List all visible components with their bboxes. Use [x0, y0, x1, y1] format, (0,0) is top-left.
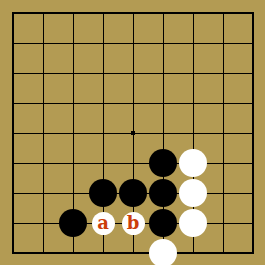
intersection-F8[interactable]: [148, 28, 178, 58]
black-stone[interactable]: [149, 209, 177, 237]
black-stone[interactable]: [119, 179, 147, 207]
intersection-H8[interactable]: [208, 28, 238, 58]
intersection-D4[interactable]: [88, 148, 118, 178]
intersection-E9[interactable]: [118, 0, 148, 28]
intersection-C9[interactable]: [58, 0, 88, 28]
intersection-F3[interactable]: [148, 178, 178, 208]
intersection-E8[interactable]: [118, 28, 148, 58]
intersection-H6[interactable]: [208, 88, 238, 118]
intersection-J8[interactable]: [238, 28, 265, 58]
intersection-A3[interactable]: [0, 178, 28, 208]
intersection-G9[interactable]: [178, 0, 208, 28]
intersection-J9[interactable]: [238, 0, 265, 28]
intersection-B6[interactable]: [28, 88, 58, 118]
intersection-H9[interactable]: [208, 0, 238, 28]
intersection-H3[interactable]: [208, 178, 238, 208]
intersection-J5[interactable]: [238, 118, 265, 148]
intersection-B7[interactable]: [28, 58, 58, 88]
intersection-A4[interactable]: [0, 148, 28, 178]
black-stone[interactable]: [149, 179, 177, 207]
intersection-F2[interactable]: [148, 208, 178, 238]
intersection-H2[interactable]: [208, 208, 238, 238]
white-stone[interactable]: [179, 179, 207, 207]
white-stone[interactable]: [149, 239, 177, 265]
intersection-H5[interactable]: [208, 118, 238, 148]
intersection-C5[interactable]: [58, 118, 88, 148]
intersection-A2[interactable]: [0, 208, 28, 238]
intersection-D3[interactable]: [88, 178, 118, 208]
intersection-G7[interactable]: [178, 58, 208, 88]
black-stone[interactable]: [89, 179, 117, 207]
intersection-F7[interactable]: [148, 58, 178, 88]
intersection-F1[interactable]: [148, 238, 178, 265]
intersection-B2[interactable]: [28, 208, 58, 238]
intersection-F5[interactable]: [148, 118, 178, 148]
intersection-G4[interactable]: [178, 148, 208, 178]
intersection-B8[interactable]: [28, 28, 58, 58]
intersection-E4[interactable]: [118, 148, 148, 178]
intersection-A8[interactable]: [0, 28, 28, 58]
intersection-C8[interactable]: [58, 28, 88, 58]
intersection-C4[interactable]: [58, 148, 88, 178]
intersection-A6[interactable]: [0, 88, 28, 118]
intersection-H1[interactable]: [208, 238, 238, 265]
intersection-C7[interactable]: [58, 58, 88, 88]
intersection-F6[interactable]: [148, 88, 178, 118]
intersection-J2[interactable]: [238, 208, 265, 238]
white-stone[interactable]: [179, 149, 207, 177]
intersection-J3[interactable]: [238, 178, 265, 208]
white-stone[interactable]: [179, 209, 207, 237]
intersection-C3[interactable]: [58, 178, 88, 208]
intersection-C1[interactable]: [58, 238, 88, 265]
intersection-G3[interactable]: [178, 178, 208, 208]
intersection-B9[interactable]: [28, 0, 58, 28]
intersection-E1[interactable]: [118, 238, 148, 265]
point-label-a[interactable]: a: [92, 212, 115, 235]
go-board[interactable]: ab: [0, 0, 265, 265]
intersection-E2[interactable]: b: [118, 208, 148, 238]
intersection-J1[interactable]: [238, 238, 265, 265]
intersection-B4[interactable]: [28, 148, 58, 178]
intersection-G8[interactable]: [178, 28, 208, 58]
intersection-B5[interactable]: [28, 118, 58, 148]
intersection-E3[interactable]: [118, 178, 148, 208]
intersection-A5[interactable]: [0, 118, 28, 148]
intersection-C6[interactable]: [58, 88, 88, 118]
intersection-D7[interactable]: [88, 58, 118, 88]
intersection-H7[interactable]: [208, 58, 238, 88]
intersection-D2[interactable]: a: [88, 208, 118, 238]
intersection-B1[interactable]: [28, 238, 58, 265]
intersection-D1[interactable]: [88, 238, 118, 265]
intersection-F4[interactable]: [148, 148, 178, 178]
intersection-A9[interactable]: [0, 0, 28, 28]
intersection-J4[interactable]: [238, 148, 265, 178]
intersection-D8[interactable]: [88, 28, 118, 58]
go-diagram-page: { "game": "go", "diagram_type": "problem…: [0, 0, 265, 265]
intersection-C2[interactable]: [58, 208, 88, 238]
black-stone[interactable]: [149, 149, 177, 177]
intersection-G6[interactable]: [178, 88, 208, 118]
intersection-D5[interactable]: [88, 118, 118, 148]
intersection-J6[interactable]: [238, 88, 265, 118]
intersection-G2[interactable]: [178, 208, 208, 238]
intersection-E6[interactable]: [118, 88, 148, 118]
intersection-G5[interactable]: [178, 118, 208, 148]
intersection-B3[interactable]: [28, 178, 58, 208]
intersection-grid: ab: [0, 0, 265, 265]
intersection-E5[interactable]: [118, 118, 148, 148]
intersection-F9[interactable]: [148, 0, 178, 28]
intersection-H4[interactable]: [208, 148, 238, 178]
intersection-G1[interactable]: [178, 238, 208, 265]
intersection-D9[interactable]: [88, 0, 118, 28]
intersection-A1[interactable]: [0, 238, 28, 265]
intersection-D6[interactable]: [88, 88, 118, 118]
intersection-J7[interactable]: [238, 58, 265, 88]
black-stone[interactable]: [59, 209, 87, 237]
point-label-b[interactable]: b: [122, 212, 145, 235]
intersection-A7[interactable]: [0, 58, 28, 88]
intersection-E7[interactable]: [118, 58, 148, 88]
